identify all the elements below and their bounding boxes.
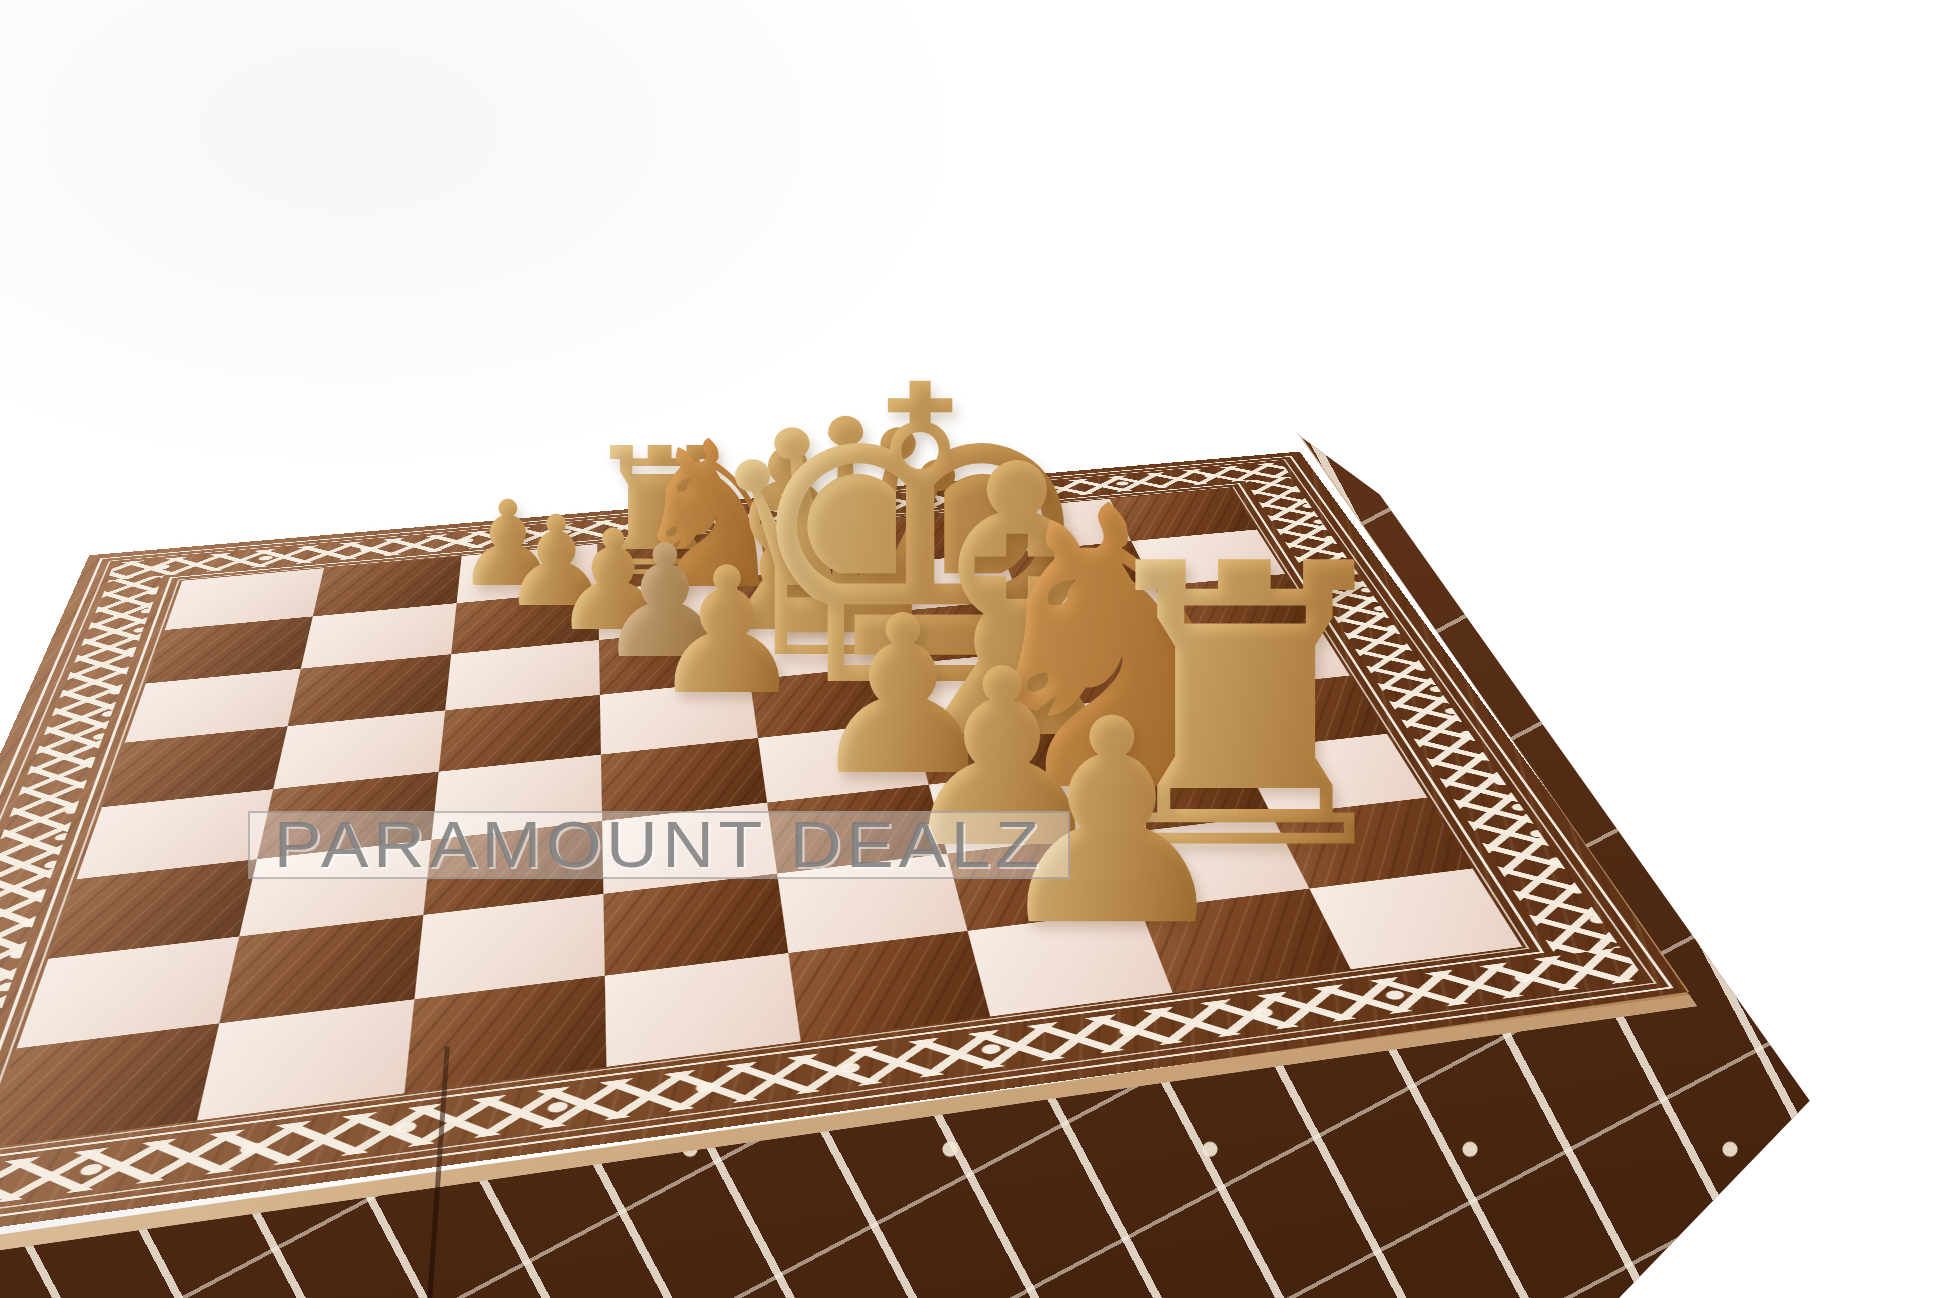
watermark-text: PARAMOUNT DEALZ <box>274 808 1044 882</box>
product-photo: ♜♞♝♛♚♝♞♜♟♟♟♟♟♟♟♟ PARAMOUNT DEALZ <box>0 0 1946 1298</box>
watermark: PARAMOUNT DEALZ <box>248 811 1070 879</box>
piece-white-pawn: ♟ <box>649 544 806 719</box>
pieces-layer: ♜♞♝♛♚♝♞♜♟♟♟♟♟♟♟♟ <box>0 0 1946 1298</box>
